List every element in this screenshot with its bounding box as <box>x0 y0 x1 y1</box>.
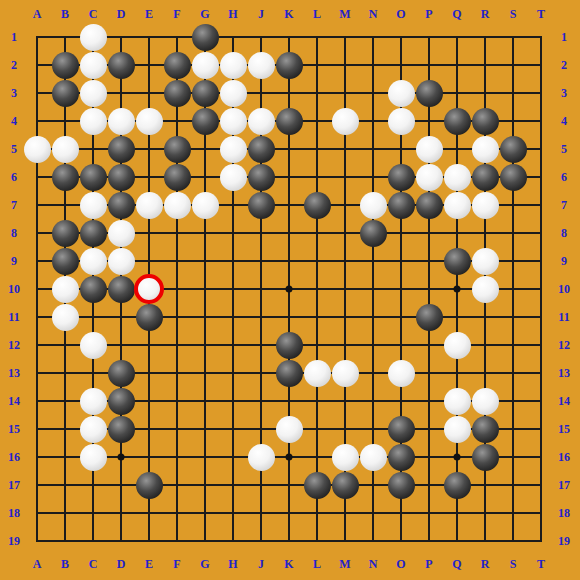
point-K5[interactable] <box>275 135 303 163</box>
point-N8[interactable] <box>359 219 387 247</box>
point-L18[interactable] <box>303 499 331 527</box>
point-F5[interactable] <box>163 135 191 163</box>
point-M6[interactable] <box>331 163 359 191</box>
point-H16[interactable] <box>219 443 247 471</box>
point-H8[interactable] <box>219 219 247 247</box>
point-T1[interactable] <box>527 23 555 51</box>
point-G18[interactable] <box>191 499 219 527</box>
point-J16[interactable] <box>247 443 275 471</box>
point-N19[interactable] <box>359 527 387 555</box>
point-T19[interactable] <box>527 527 555 555</box>
point-Q2[interactable] <box>443 51 471 79</box>
point-F19[interactable] <box>163 527 191 555</box>
point-E7[interactable] <box>135 191 163 219</box>
point-A16[interactable] <box>23 443 51 471</box>
point-D19[interactable] <box>107 527 135 555</box>
point-S3[interactable] <box>499 79 527 107</box>
point-C6[interactable] <box>79 163 107 191</box>
point-P4[interactable] <box>415 107 443 135</box>
point-S17[interactable] <box>499 471 527 499</box>
point-B5[interactable] <box>51 135 79 163</box>
point-B2[interactable] <box>51 51 79 79</box>
point-F2[interactable] <box>163 51 191 79</box>
point-M7[interactable] <box>331 191 359 219</box>
point-O18[interactable] <box>387 499 415 527</box>
point-S14[interactable] <box>499 387 527 415</box>
point-A7[interactable] <box>23 191 51 219</box>
point-P19[interactable] <box>415 527 443 555</box>
point-T6[interactable] <box>527 163 555 191</box>
point-F11[interactable] <box>163 303 191 331</box>
point-M19[interactable] <box>331 527 359 555</box>
point-R5[interactable] <box>471 135 499 163</box>
point-J2[interactable] <box>247 51 275 79</box>
point-H14[interactable] <box>219 387 247 415</box>
point-M2[interactable] <box>331 51 359 79</box>
point-R7[interactable] <box>471 191 499 219</box>
point-H9[interactable] <box>219 247 247 275</box>
point-N10[interactable] <box>359 275 387 303</box>
point-B6[interactable] <box>51 163 79 191</box>
point-N3[interactable] <box>359 79 387 107</box>
point-K2[interactable] <box>275 51 303 79</box>
point-F15[interactable] <box>163 415 191 443</box>
point-E16[interactable] <box>135 443 163 471</box>
point-J19[interactable] <box>247 527 275 555</box>
point-D7[interactable] <box>107 191 135 219</box>
point-S16[interactable] <box>499 443 527 471</box>
point-N18[interactable] <box>359 499 387 527</box>
point-L15[interactable] <box>303 415 331 443</box>
point-Q9[interactable] <box>443 247 471 275</box>
point-N4[interactable] <box>359 107 387 135</box>
point-K17[interactable] <box>275 471 303 499</box>
point-R12[interactable] <box>471 331 499 359</box>
point-O14[interactable] <box>387 387 415 415</box>
point-C3[interactable] <box>79 79 107 107</box>
point-E15[interactable] <box>135 415 163 443</box>
point-H6[interactable] <box>219 163 247 191</box>
point-F9[interactable] <box>163 247 191 275</box>
point-T10[interactable] <box>527 275 555 303</box>
point-L9[interactable] <box>303 247 331 275</box>
point-Q8[interactable] <box>443 219 471 247</box>
point-T13[interactable] <box>527 359 555 387</box>
point-A5[interactable] <box>23 135 51 163</box>
point-B1[interactable] <box>51 23 79 51</box>
point-L13[interactable] <box>303 359 331 387</box>
point-O3[interactable] <box>387 79 415 107</box>
point-A14[interactable] <box>23 387 51 415</box>
point-P1[interactable] <box>415 23 443 51</box>
point-C14[interactable] <box>79 387 107 415</box>
point-S9[interactable] <box>499 247 527 275</box>
point-K13[interactable] <box>275 359 303 387</box>
point-O10[interactable] <box>387 275 415 303</box>
point-T8[interactable] <box>527 219 555 247</box>
point-Q5[interactable] <box>443 135 471 163</box>
point-M17[interactable] <box>331 471 359 499</box>
point-Q1[interactable] <box>443 23 471 51</box>
point-N13[interactable] <box>359 359 387 387</box>
point-C13[interactable] <box>79 359 107 387</box>
point-F12[interactable] <box>163 331 191 359</box>
point-E3[interactable] <box>135 79 163 107</box>
point-P18[interactable] <box>415 499 443 527</box>
point-D6[interactable] <box>107 163 135 191</box>
point-Q14[interactable] <box>443 387 471 415</box>
point-E13[interactable] <box>135 359 163 387</box>
point-J10[interactable] <box>247 275 275 303</box>
point-J18[interactable] <box>247 499 275 527</box>
point-B12[interactable] <box>51 331 79 359</box>
point-B14[interactable] <box>51 387 79 415</box>
point-L2[interactable] <box>303 51 331 79</box>
point-L11[interactable] <box>303 303 331 331</box>
point-G4[interactable] <box>191 107 219 135</box>
point-E11[interactable] <box>135 303 163 331</box>
point-T7[interactable] <box>527 191 555 219</box>
point-R9[interactable] <box>471 247 499 275</box>
point-J9[interactable] <box>247 247 275 275</box>
point-M11[interactable] <box>331 303 359 331</box>
point-G7[interactable] <box>191 191 219 219</box>
point-B7[interactable] <box>51 191 79 219</box>
point-L12[interactable] <box>303 331 331 359</box>
point-S15[interactable] <box>499 415 527 443</box>
point-O12[interactable] <box>387 331 415 359</box>
point-G17[interactable] <box>191 471 219 499</box>
point-O9[interactable] <box>387 247 415 275</box>
point-S2[interactable] <box>499 51 527 79</box>
point-E2[interactable] <box>135 51 163 79</box>
point-M5[interactable] <box>331 135 359 163</box>
point-G15[interactable] <box>191 415 219 443</box>
point-G5[interactable] <box>191 135 219 163</box>
point-G3[interactable] <box>191 79 219 107</box>
point-S18[interactable] <box>499 499 527 527</box>
point-M18[interactable] <box>331 499 359 527</box>
point-C18[interactable] <box>79 499 107 527</box>
point-E9[interactable] <box>135 247 163 275</box>
point-H12[interactable] <box>219 331 247 359</box>
point-T2[interactable] <box>527 51 555 79</box>
point-O8[interactable] <box>387 219 415 247</box>
point-J14[interactable] <box>247 387 275 415</box>
point-J13[interactable] <box>247 359 275 387</box>
point-B16[interactable] <box>51 443 79 471</box>
point-O1[interactable] <box>387 23 415 51</box>
point-G1[interactable] <box>191 23 219 51</box>
point-L3[interactable] <box>303 79 331 107</box>
point-K14[interactable] <box>275 387 303 415</box>
point-H18[interactable] <box>219 499 247 527</box>
point-H4[interactable] <box>219 107 247 135</box>
point-D14[interactable] <box>107 387 135 415</box>
point-R1[interactable] <box>471 23 499 51</box>
point-O13[interactable] <box>387 359 415 387</box>
point-F8[interactable] <box>163 219 191 247</box>
point-H15[interactable] <box>219 415 247 443</box>
point-S11[interactable] <box>499 303 527 331</box>
point-J8[interactable] <box>247 219 275 247</box>
point-K6[interactable] <box>275 163 303 191</box>
point-C10[interactable] <box>79 275 107 303</box>
point-L7[interactable] <box>303 191 331 219</box>
point-P9[interactable] <box>415 247 443 275</box>
point-T15[interactable] <box>527 415 555 443</box>
point-D18[interactable] <box>107 499 135 527</box>
point-O2[interactable] <box>387 51 415 79</box>
point-K8[interactable] <box>275 219 303 247</box>
point-S10[interactable] <box>499 275 527 303</box>
point-F10[interactable] <box>163 275 191 303</box>
point-D15[interactable] <box>107 415 135 443</box>
point-T3[interactable] <box>527 79 555 107</box>
point-G8[interactable] <box>191 219 219 247</box>
point-F16[interactable] <box>163 443 191 471</box>
point-C1[interactable] <box>79 23 107 51</box>
point-G6[interactable] <box>191 163 219 191</box>
point-P5[interactable] <box>415 135 443 163</box>
point-D2[interactable] <box>107 51 135 79</box>
point-E10[interactable] <box>135 275 163 303</box>
point-Q18[interactable] <box>443 499 471 527</box>
point-Q3[interactable] <box>443 79 471 107</box>
point-T9[interactable] <box>527 247 555 275</box>
point-Q10[interactable] <box>443 275 471 303</box>
point-R11[interactable] <box>471 303 499 331</box>
point-P7[interactable] <box>415 191 443 219</box>
point-K3[interactable] <box>275 79 303 107</box>
point-O15[interactable] <box>387 415 415 443</box>
point-S12[interactable] <box>499 331 527 359</box>
point-L4[interactable] <box>303 107 331 135</box>
point-Q19[interactable] <box>443 527 471 555</box>
point-P16[interactable] <box>415 443 443 471</box>
point-A15[interactable] <box>23 415 51 443</box>
point-F13[interactable] <box>163 359 191 387</box>
point-O17[interactable] <box>387 471 415 499</box>
point-J6[interactable] <box>247 163 275 191</box>
point-E14[interactable] <box>135 387 163 415</box>
point-N16[interactable] <box>359 443 387 471</box>
point-K16[interactable] <box>275 443 303 471</box>
point-K7[interactable] <box>275 191 303 219</box>
point-R18[interactable] <box>471 499 499 527</box>
point-O16[interactable] <box>387 443 415 471</box>
point-C19[interactable] <box>79 527 107 555</box>
point-C4[interactable] <box>79 107 107 135</box>
point-D13[interactable] <box>107 359 135 387</box>
point-H10[interactable] <box>219 275 247 303</box>
point-B11[interactable] <box>51 303 79 331</box>
point-C7[interactable] <box>79 191 107 219</box>
point-S4[interactable] <box>499 107 527 135</box>
point-K18[interactable] <box>275 499 303 527</box>
point-P14[interactable] <box>415 387 443 415</box>
point-N2[interactable] <box>359 51 387 79</box>
point-O19[interactable] <box>387 527 415 555</box>
point-S5[interactable] <box>499 135 527 163</box>
point-F3[interactable] <box>163 79 191 107</box>
point-A12[interactable] <box>23 331 51 359</box>
point-L14[interactable] <box>303 387 331 415</box>
point-T4[interactable] <box>527 107 555 135</box>
point-R16[interactable] <box>471 443 499 471</box>
point-K19[interactable] <box>275 527 303 555</box>
point-M4[interactable] <box>331 107 359 135</box>
point-L19[interactable] <box>303 527 331 555</box>
point-B3[interactable] <box>51 79 79 107</box>
point-P17[interactable] <box>415 471 443 499</box>
point-G9[interactable] <box>191 247 219 275</box>
point-J12[interactable] <box>247 331 275 359</box>
point-N17[interactable] <box>359 471 387 499</box>
point-J7[interactable] <box>247 191 275 219</box>
point-P15[interactable] <box>415 415 443 443</box>
point-O7[interactable] <box>387 191 415 219</box>
point-M14[interactable] <box>331 387 359 415</box>
point-F4[interactable] <box>163 107 191 135</box>
point-J17[interactable] <box>247 471 275 499</box>
point-D4[interactable] <box>107 107 135 135</box>
point-Q7[interactable] <box>443 191 471 219</box>
point-R14[interactable] <box>471 387 499 415</box>
point-F7[interactable] <box>163 191 191 219</box>
point-K1[interactable] <box>275 23 303 51</box>
point-C5[interactable] <box>79 135 107 163</box>
point-P6[interactable] <box>415 163 443 191</box>
point-A8[interactable] <box>23 219 51 247</box>
point-T18[interactable] <box>527 499 555 527</box>
point-R13[interactable] <box>471 359 499 387</box>
point-F17[interactable] <box>163 471 191 499</box>
point-T11[interactable] <box>527 303 555 331</box>
point-H5[interactable] <box>219 135 247 163</box>
point-R8[interactable] <box>471 219 499 247</box>
point-M8[interactable] <box>331 219 359 247</box>
point-Q17[interactable] <box>443 471 471 499</box>
point-D11[interactable] <box>107 303 135 331</box>
point-A9[interactable] <box>23 247 51 275</box>
point-R6[interactable] <box>471 163 499 191</box>
point-J15[interactable] <box>247 415 275 443</box>
point-L1[interactable] <box>303 23 331 51</box>
point-C8[interactable] <box>79 219 107 247</box>
point-R3[interactable] <box>471 79 499 107</box>
point-M9[interactable] <box>331 247 359 275</box>
point-N5[interactable] <box>359 135 387 163</box>
point-R15[interactable] <box>471 415 499 443</box>
point-J3[interactable] <box>247 79 275 107</box>
point-J11[interactable] <box>247 303 275 331</box>
point-F1[interactable] <box>163 23 191 51</box>
point-F6[interactable] <box>163 163 191 191</box>
point-S7[interactable] <box>499 191 527 219</box>
point-P2[interactable] <box>415 51 443 79</box>
point-K10[interactable] <box>275 275 303 303</box>
point-S6[interactable] <box>499 163 527 191</box>
point-O4[interactable] <box>387 107 415 135</box>
point-D17[interactable] <box>107 471 135 499</box>
point-D1[interactable] <box>107 23 135 51</box>
point-G12[interactable] <box>191 331 219 359</box>
point-B9[interactable] <box>51 247 79 275</box>
point-E19[interactable] <box>135 527 163 555</box>
point-N15[interactable] <box>359 415 387 443</box>
point-P12[interactable] <box>415 331 443 359</box>
point-D12[interactable] <box>107 331 135 359</box>
point-Q12[interactable] <box>443 331 471 359</box>
point-M1[interactable] <box>331 23 359 51</box>
point-A11[interactable] <box>23 303 51 331</box>
point-N1[interactable] <box>359 23 387 51</box>
point-K12[interactable] <box>275 331 303 359</box>
point-G2[interactable] <box>191 51 219 79</box>
point-N7[interactable] <box>359 191 387 219</box>
point-E18[interactable] <box>135 499 163 527</box>
point-C16[interactable] <box>79 443 107 471</box>
point-D3[interactable] <box>107 79 135 107</box>
point-Q11[interactable] <box>443 303 471 331</box>
point-H1[interactable] <box>219 23 247 51</box>
point-H13[interactable] <box>219 359 247 387</box>
point-A19[interactable] <box>23 527 51 555</box>
point-D10[interactable] <box>107 275 135 303</box>
point-N12[interactable] <box>359 331 387 359</box>
point-H17[interactable] <box>219 471 247 499</box>
point-L10[interactable] <box>303 275 331 303</box>
point-H11[interactable] <box>219 303 247 331</box>
point-O11[interactable] <box>387 303 415 331</box>
point-L17[interactable] <box>303 471 331 499</box>
point-T16[interactable] <box>527 443 555 471</box>
point-M10[interactable] <box>331 275 359 303</box>
point-G19[interactable] <box>191 527 219 555</box>
point-B15[interactable] <box>51 415 79 443</box>
point-E4[interactable] <box>135 107 163 135</box>
point-M15[interactable] <box>331 415 359 443</box>
point-C17[interactable] <box>79 471 107 499</box>
point-S8[interactable] <box>499 219 527 247</box>
point-A10[interactable] <box>23 275 51 303</box>
point-R10[interactable] <box>471 275 499 303</box>
point-J5[interactable] <box>247 135 275 163</box>
point-G10[interactable] <box>191 275 219 303</box>
point-F18[interactable] <box>163 499 191 527</box>
point-F14[interactable] <box>163 387 191 415</box>
point-E1[interactable] <box>135 23 163 51</box>
point-L8[interactable] <box>303 219 331 247</box>
point-A6[interactable] <box>23 163 51 191</box>
point-A17[interactable] <box>23 471 51 499</box>
point-A18[interactable] <box>23 499 51 527</box>
point-A1[interactable] <box>23 23 51 51</box>
point-C12[interactable] <box>79 331 107 359</box>
point-C9[interactable] <box>79 247 107 275</box>
point-K11[interactable] <box>275 303 303 331</box>
point-R17[interactable] <box>471 471 499 499</box>
point-L16[interactable] <box>303 443 331 471</box>
point-S13[interactable] <box>499 359 527 387</box>
point-H19[interactable] <box>219 527 247 555</box>
point-J4[interactable] <box>247 107 275 135</box>
point-N11[interactable] <box>359 303 387 331</box>
point-Q4[interactable] <box>443 107 471 135</box>
point-H2[interactable] <box>219 51 247 79</box>
point-D5[interactable] <box>107 135 135 163</box>
